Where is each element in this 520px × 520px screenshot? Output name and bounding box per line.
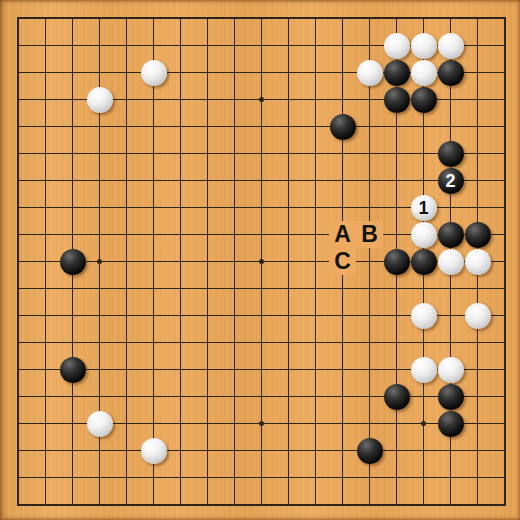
star-point [259,421,264,426]
white-stone: ○ [411,60,437,86]
white-stone: ○ [87,411,113,437]
black-stone: ● [384,60,410,86]
white-stone: ○ [438,357,464,383]
black-stone: ● [384,384,410,410]
white-stone: ○ [141,438,167,464]
goban: ○○○○○●○●○●●●●●2○1○●●●●●○○○○●○○●●○●○●ABC [0,0,520,520]
white-stone: ○ [411,222,437,248]
white-stone: ○ [438,249,464,275]
black-stone: ● [330,114,356,140]
white-stone: ○ [411,303,437,329]
black-stone: ● [438,411,464,437]
black-stone: ● [411,249,437,275]
black-stone: ● [60,249,86,275]
black-stone: ● [438,222,464,248]
black-stone: ● [438,60,464,86]
star-point [97,259,102,264]
go-board-grid: ○○○○○●○●○●●●●●2○1○●●●●●○○○○●○○●●○●○●ABC [5,5,518,518]
black-stone: ●2 [438,168,464,194]
white-stone: ○ [465,249,491,275]
black-stone: ● [384,249,410,275]
white-stone: ○ [87,87,113,113]
white-stone: ○ [411,33,437,59]
black-stone: ● [438,141,464,167]
point-label-b[interactable]: B [356,221,383,248]
star-point [259,259,264,264]
move-number-1: 1 [411,195,437,221]
black-stone: ● [438,384,464,410]
white-stone: ○ [465,303,491,329]
black-stone: ● [465,222,491,248]
point-label-c[interactable]: C [329,248,356,275]
black-stone: ● [357,438,383,464]
white-stone: ○ [411,357,437,383]
white-stone: ○ [141,60,167,86]
black-stone: ● [384,87,410,113]
point-label-a[interactable]: A [329,221,356,248]
star-point [421,421,426,426]
white-stone: ○ [357,60,383,86]
white-stone: ○ [384,33,410,59]
white-stone: ○1 [411,195,437,221]
white-stone: ○ [438,33,464,59]
move-number-2: 2 [438,168,464,194]
black-stone: ● [411,87,437,113]
star-point [259,97,264,102]
black-stone: ● [60,357,86,383]
